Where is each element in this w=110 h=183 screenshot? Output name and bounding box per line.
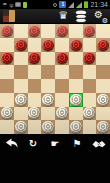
board-square[interactable] (0, 120, 14, 134)
board-square[interactable] (0, 107, 14, 121)
board-square[interactable] (14, 38, 28, 52)
app-logo-icon (3, 10, 15, 22)
board-square[interactable] (69, 107, 83, 121)
board-square[interactable] (28, 24, 42, 38)
hint-icon[interactable]: ☛ (44, 134, 66, 153)
board-square[interactable] (41, 93, 55, 107)
board-square[interactable] (55, 65, 69, 79)
board-square[interactable] (83, 79, 97, 93)
board-square[interactable] (69, 79, 83, 93)
red-piece[interactable] (97, 39, 109, 51)
crown-icon[interactable]: ♛ (58, 10, 68, 22)
sim1-badge: 1 (59, 1, 66, 8)
bottom-bar: ↻ ☛ ⚑ (0, 134, 110, 183)
board-square[interactable] (83, 107, 97, 121)
board-square[interactable] (96, 93, 110, 107)
title-bar: ♛ ⚙ ⚙ (0, 9, 110, 24)
board-square[interactable] (55, 107, 69, 121)
board-square[interactable] (69, 52, 83, 66)
red-piece[interactable] (1, 25, 13, 37)
board-square[interactable] (28, 38, 42, 52)
undo-icon[interactable] (0, 134, 22, 153)
board-square[interactable] (69, 93, 83, 107)
board-square[interactable] (96, 38, 110, 52)
alarm-icon (53, 3, 57, 7)
board-square[interactable] (14, 107, 28, 121)
white-piece[interactable] (28, 107, 40, 119)
white-piece[interactable] (83, 107, 95, 119)
battery-icon (84, 1, 88, 8)
board (0, 24, 110, 134)
board-square[interactable] (41, 52, 55, 66)
resign-flag-icon[interactable]: ⚑ (66, 134, 88, 153)
pieces-stack-icon[interactable] (75, 10, 87, 23)
vibrate-icon: ☂ (2, 1, 7, 8)
board-square[interactable] (41, 107, 55, 121)
swap-sides-icon[interactable]: ↻ (22, 134, 44, 153)
board-square[interactable] (0, 79, 14, 93)
board-square[interactable] (14, 79, 28, 93)
offer-draw-handshake-icon[interactable] (88, 134, 110, 153)
signal-triangle-green-icon (76, 2, 82, 8)
board-square[interactable] (0, 65, 14, 79)
white-piece[interactable] (42, 94, 54, 106)
board-square[interactable] (0, 52, 14, 66)
board-square[interactable] (41, 24, 55, 38)
board-square[interactable] (83, 52, 97, 66)
board-square[interactable] (14, 65, 28, 79)
toolbar: ↻ ☛ ⚑ (0, 134, 110, 153)
board-square[interactable] (96, 79, 110, 93)
board-square[interactable] (96, 24, 110, 38)
board-square[interactable] (28, 107, 42, 121)
board-square[interactable] (28, 93, 42, 107)
white-piece[interactable] (1, 107, 13, 119)
board-square[interactable] (14, 24, 28, 38)
signal-triangle-icon (68, 2, 74, 8)
board-square[interactable] (55, 52, 69, 66)
board-square[interactable] (14, 93, 28, 107)
red-piece[interactable] (15, 39, 27, 51)
white-piece[interactable] (42, 121, 54, 133)
board-square[interactable] (55, 120, 69, 134)
board-square[interactable] (69, 38, 83, 52)
status-left-icons: ☂ ψ (2, 1, 27, 8)
red-piece[interactable] (83, 52, 95, 64)
green-app-icon (23, 2, 27, 8)
red-piece[interactable] (28, 25, 40, 37)
board-square[interactable] (14, 120, 28, 134)
board-square[interactable] (69, 24, 83, 38)
board-square[interactable] (96, 65, 110, 79)
board-square[interactable] (28, 120, 42, 134)
board-square[interactable] (0, 38, 14, 52)
white-piece[interactable] (97, 121, 109, 133)
board-square[interactable] (83, 65, 97, 79)
white-piece[interactable] (70, 94, 82, 106)
board-square[interactable] (41, 79, 55, 93)
usb-icon: ψ (9, 1, 13, 8)
white-piece[interactable] (70, 121, 82, 133)
board-square[interactable] (69, 120, 83, 134)
board-square[interactable] (96, 52, 110, 66)
board-square[interactable] (55, 38, 69, 52)
red-piece[interactable] (83, 25, 95, 37)
board-square[interactable] (0, 24, 14, 38)
board-square[interactable] (28, 65, 42, 79)
red-piece[interactable] (70, 39, 82, 51)
board-square[interactable] (96, 120, 110, 134)
image-icon (15, 2, 21, 7)
white-piece[interactable] (15, 94, 27, 106)
board-square[interactable] (55, 93, 69, 107)
board-square[interactable] (28, 52, 42, 66)
white-piece[interactable] (15, 121, 27, 133)
board-square[interactable] (55, 24, 69, 38)
board-square[interactable] (41, 120, 55, 134)
board-square[interactable] (41, 38, 55, 52)
board-square[interactable] (69, 65, 83, 79)
board-square[interactable] (83, 93, 97, 107)
board-square[interactable] (55, 79, 69, 93)
white-piece[interactable] (56, 107, 68, 119)
board-square[interactable] (96, 107, 110, 121)
board-square[interactable] (14, 52, 28, 66)
white-piece[interactable] (97, 94, 109, 106)
red-piece[interactable] (42, 39, 54, 51)
red-piece[interactable] (28, 52, 40, 64)
red-piece[interactable] (1, 52, 13, 64)
settings-gears-icon[interactable]: ⚙ ⚙ (94, 10, 107, 23)
board-square[interactable] (83, 24, 97, 38)
board-square[interactable] (0, 93, 14, 107)
board-square[interactable] (83, 120, 97, 134)
board-square[interactable] (28, 79, 42, 93)
red-piece[interactable] (56, 25, 68, 37)
red-piece[interactable] (56, 52, 68, 64)
board-square[interactable] (83, 38, 97, 52)
board-square[interactable] (41, 65, 55, 79)
